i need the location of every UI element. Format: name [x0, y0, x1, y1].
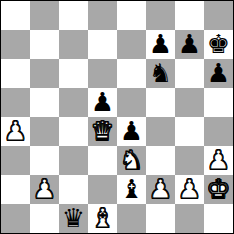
piece-white-pawn-h3[interactable]: ♟: [207, 147, 230, 173]
square-b2[interactable]: ♟: [30, 175, 59, 204]
square-a4[interactable]: ♟: [1, 117, 30, 146]
square-d8[interactable]: [88, 1, 117, 30]
piece-black-pawn-d5[interactable]: ♟: [91, 89, 114, 115]
piece-black-king-h7[interactable]: ♚: [207, 31, 230, 57]
square-c8[interactable]: [59, 1, 88, 30]
square-b6[interactable]: [30, 59, 59, 88]
piece-white-knight-e3[interactable]: ♞: [120, 147, 143, 173]
square-e7[interactable]: [117, 30, 146, 59]
square-d1[interactable]: ♝: [88, 204, 117, 233]
square-c3[interactable]: [59, 146, 88, 175]
square-a1[interactable]: [1, 204, 30, 233]
square-f4[interactable]: [146, 117, 175, 146]
square-d7[interactable]: [88, 30, 117, 59]
square-e6[interactable]: [117, 59, 146, 88]
square-h6[interactable]: ♟: [204, 59, 233, 88]
square-b8[interactable]: [30, 1, 59, 30]
square-g6[interactable]: [175, 59, 204, 88]
piece-white-pawn-b2[interactable]: ♟: [33, 176, 56, 202]
chess-board: ♟♟♚♞♟♟♟♛♟♞♟♟♝♟♟♚♛♝: [0, 0, 234, 234]
square-e2[interactable]: ♝: [117, 175, 146, 204]
square-a7[interactable]: [1, 30, 30, 59]
square-b5[interactable]: [30, 88, 59, 117]
square-a6[interactable]: [1, 59, 30, 88]
square-h5[interactable]: [204, 88, 233, 117]
square-f6[interactable]: ♞: [146, 59, 175, 88]
square-b7[interactable]: [30, 30, 59, 59]
square-c5[interactable]: [59, 88, 88, 117]
square-f8[interactable]: [146, 1, 175, 30]
square-c7[interactable]: [59, 30, 88, 59]
square-d6[interactable]: [88, 59, 117, 88]
square-g8[interactable]: [175, 1, 204, 30]
square-b3[interactable]: [30, 146, 59, 175]
square-e5[interactable]: [117, 88, 146, 117]
piece-black-pawn-f7[interactable]: ♟: [149, 31, 172, 57]
piece-white-queen-d4[interactable]: ♛: [91, 118, 114, 144]
square-h3[interactable]: ♟: [204, 146, 233, 175]
square-g4[interactable]: [175, 117, 204, 146]
square-f2[interactable]: ♟: [146, 175, 175, 204]
square-d2[interactable]: [88, 175, 117, 204]
square-g1[interactable]: [175, 204, 204, 233]
square-f7[interactable]: ♟: [146, 30, 175, 59]
piece-black-bishop-e2[interactable]: ♝: [120, 176, 143, 202]
piece-white-pawn-f2[interactable]: ♟: [149, 176, 172, 202]
square-h7[interactable]: ♚: [204, 30, 233, 59]
square-g5[interactable]: [175, 88, 204, 117]
square-c6[interactable]: [59, 59, 88, 88]
piece-black-knight-f6[interactable]: ♞: [149, 60, 172, 86]
square-h4[interactable]: [204, 117, 233, 146]
square-g2[interactable]: ♟: [175, 175, 204, 204]
square-a8[interactable]: [1, 1, 30, 30]
square-c2[interactable]: [59, 175, 88, 204]
square-c1[interactable]: ♛: [59, 204, 88, 233]
piece-black-pawn-h6[interactable]: ♟: [207, 60, 230, 86]
square-d5[interactable]: ♟: [88, 88, 117, 117]
square-h2[interactable]: ♚: [204, 175, 233, 204]
square-e8[interactable]: [117, 1, 146, 30]
square-g7[interactable]: ♟: [175, 30, 204, 59]
square-e1[interactable]: [117, 204, 146, 233]
square-d3[interactable]: [88, 146, 117, 175]
square-a5[interactable]: [1, 88, 30, 117]
square-f5[interactable]: [146, 88, 175, 117]
square-h1[interactable]: [204, 204, 233, 233]
square-c4[interactable]: [59, 117, 88, 146]
piece-white-king-h2[interactable]: ♚: [207, 176, 230, 202]
square-e4[interactable]: ♟: [117, 117, 146, 146]
square-g3[interactable]: [175, 146, 204, 175]
square-a3[interactable]: [1, 146, 30, 175]
square-a2[interactable]: [1, 175, 30, 204]
piece-black-pawn-e4[interactable]: ♟: [120, 118, 143, 144]
square-d4[interactable]: ♛: [88, 117, 117, 146]
piece-black-queen-c1[interactable]: ♛: [62, 205, 85, 231]
square-f1[interactable]: [146, 204, 175, 233]
piece-white-pawn-g2[interactable]: ♟: [178, 176, 201, 202]
square-f3[interactable]: [146, 146, 175, 175]
piece-black-pawn-g7[interactable]: ♟: [178, 31, 201, 57]
square-e3[interactable]: ♞: [117, 146, 146, 175]
piece-white-pawn-a4[interactable]: ♟: [4, 118, 27, 144]
piece-white-bishop-d1[interactable]: ♝: [91, 205, 114, 231]
square-h8[interactable]: [204, 1, 233, 30]
square-b4[interactable]: [30, 117, 59, 146]
square-b1[interactable]: [30, 204, 59, 233]
